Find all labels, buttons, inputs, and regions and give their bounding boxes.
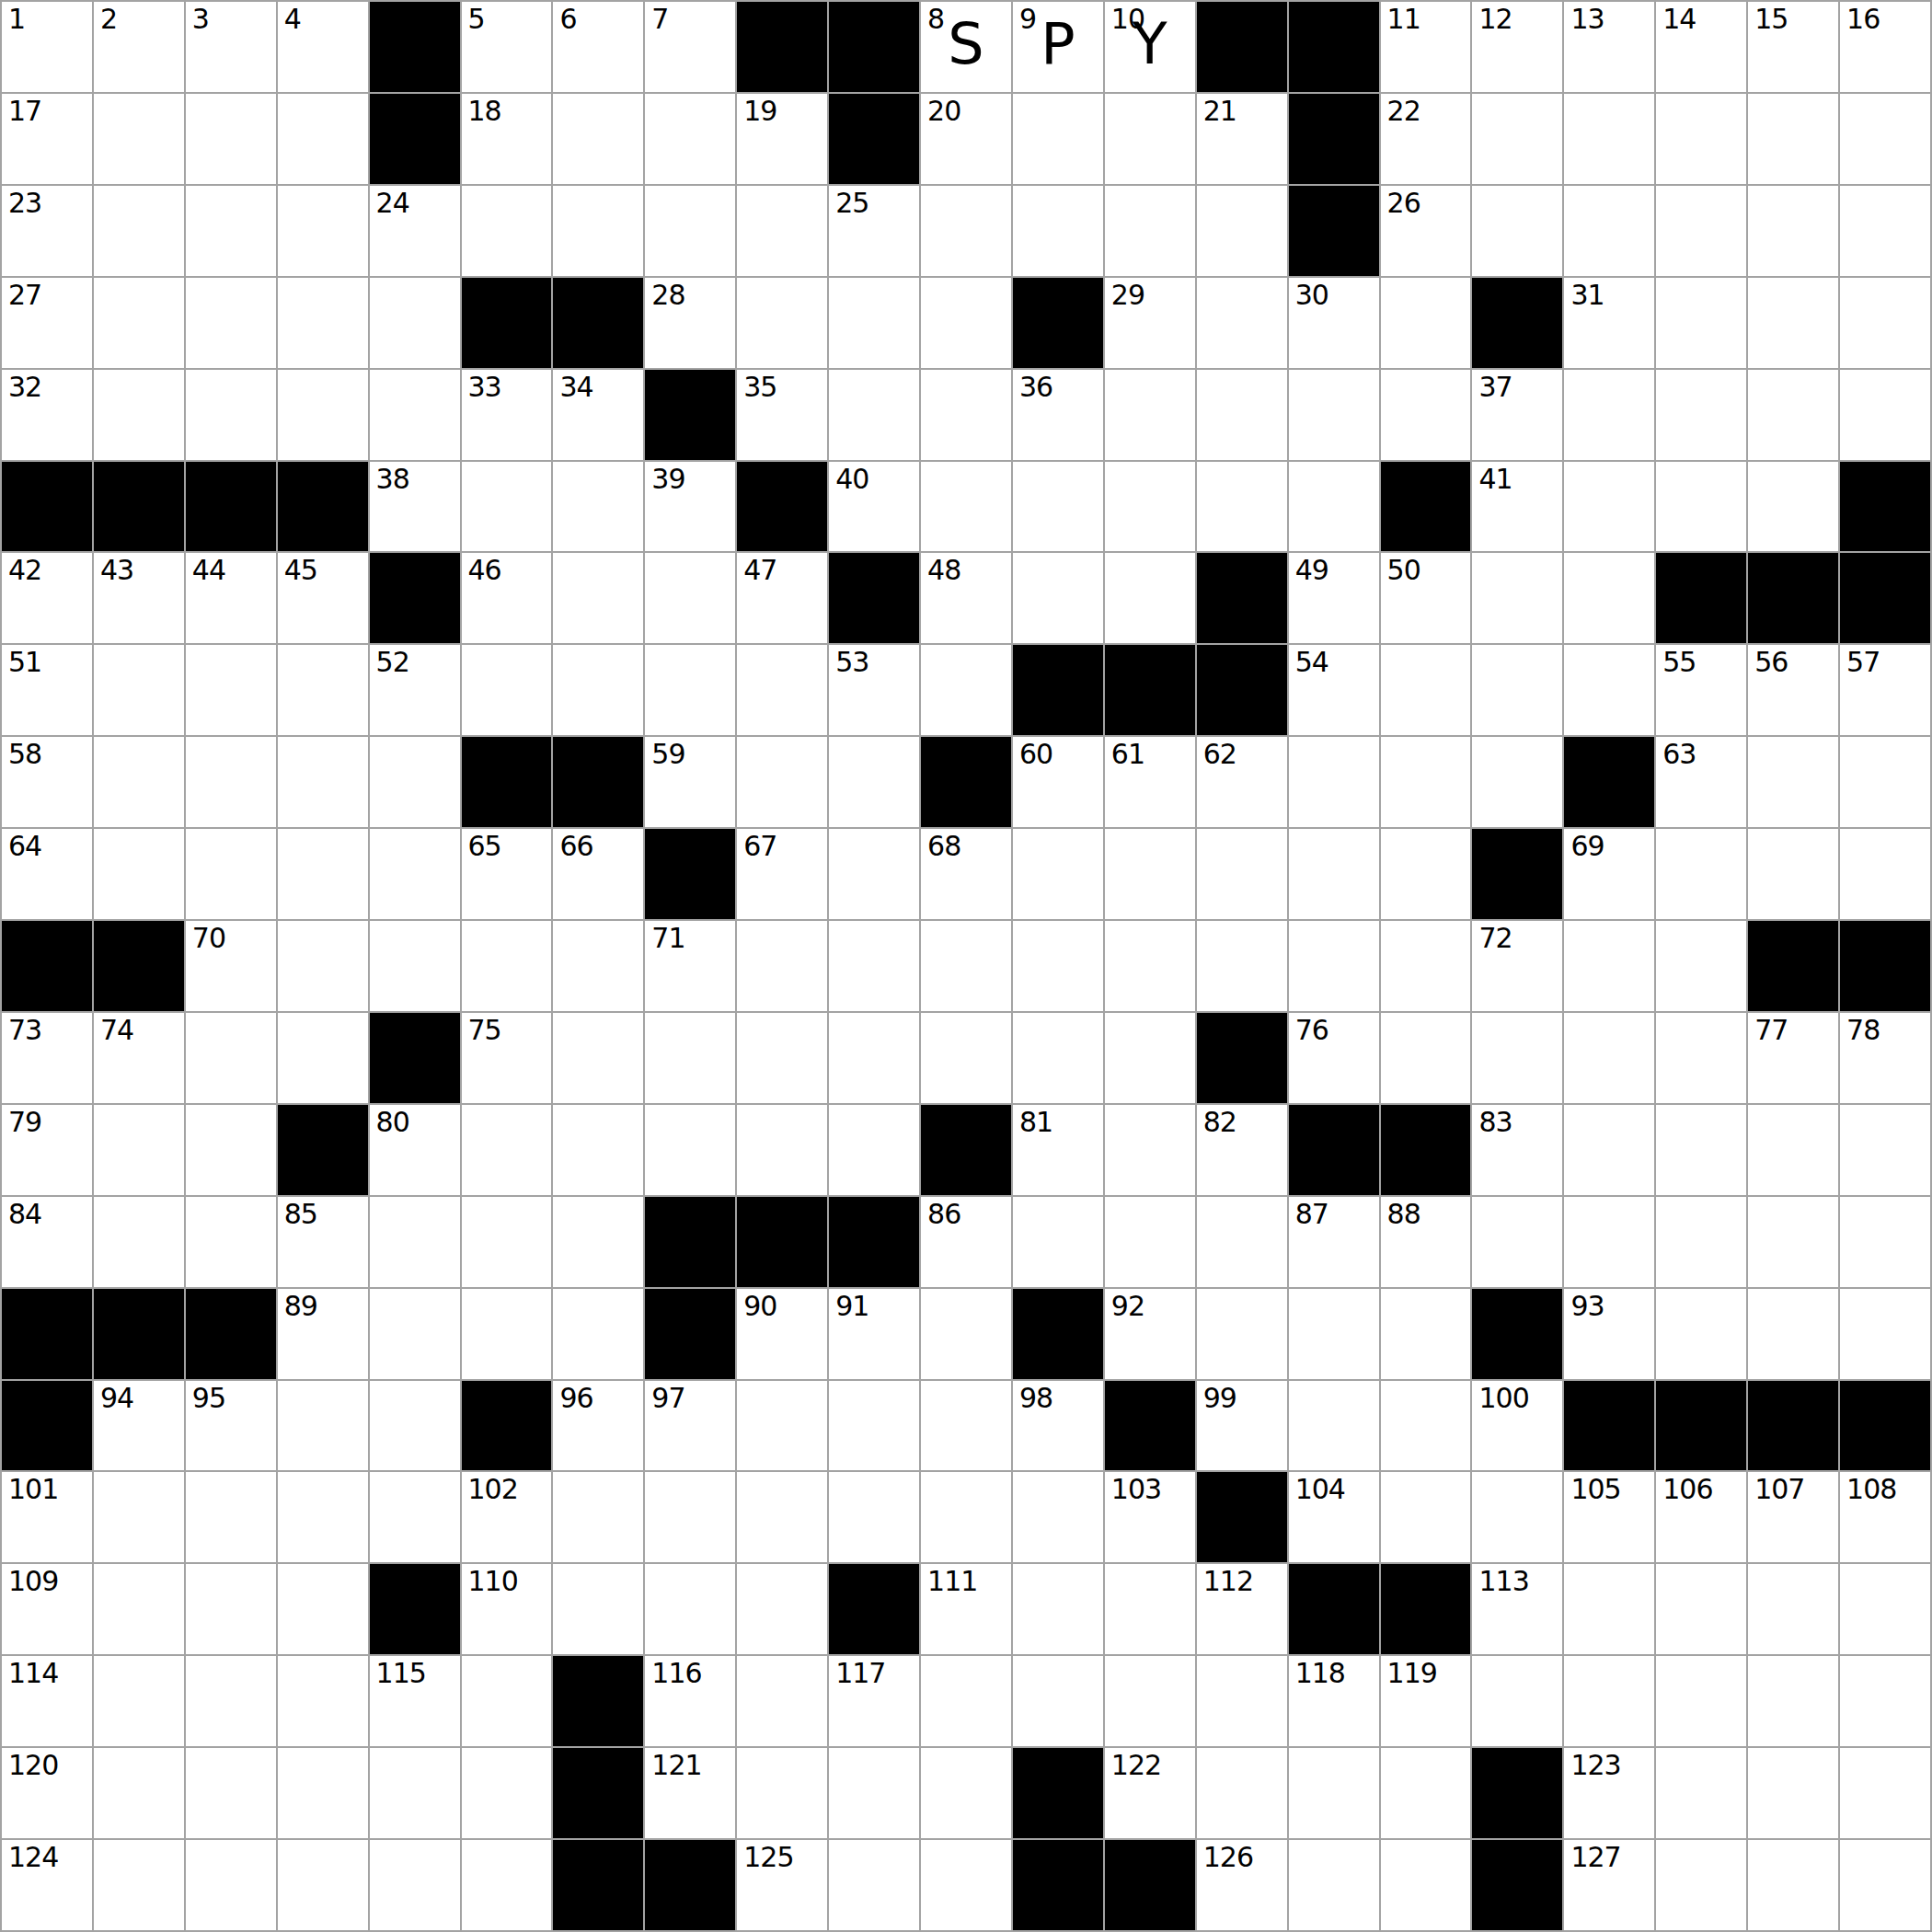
cell-r16c2[interactable] [186,1472,276,1562]
cell-r16c6[interactable] [553,1472,643,1562]
cell-r15c6[interactable]: 96 [553,1381,643,1471]
cell-r12c8[interactable] [737,1105,827,1195]
cell-r12c0[interactable]: 79 [2,1105,92,1195]
cell-r11c16[interactable] [1472,1013,1562,1103]
cell-r8c14[interactable] [1289,737,1379,827]
cell-r19c4[interactable] [370,1748,460,1838]
cell-r7c2[interactable] [186,645,276,735]
cell-r15c9[interactable] [829,1381,919,1471]
cell-r4c16[interactable]: 37 [1472,370,1562,460]
cell-r3c20[interactable] [1840,278,1930,368]
cell-r9c14[interactable] [1289,829,1379,919]
cell-r11c7[interactable] [645,1013,735,1103]
cell-r17c10[interactable]: 111 [921,1564,1011,1654]
cell-r15c4[interactable] [370,1381,460,1471]
cell-r16c3[interactable] [278,1472,368,1562]
cell-r5c11[interactable] [1013,462,1103,552]
cell-r10c10[interactable] [921,921,1011,1011]
cell-r10c8[interactable] [737,921,827,1011]
cell-r16c4[interactable] [370,1472,460,1562]
cell-r14c4[interactable] [370,1289,460,1379]
cell-r0c2[interactable]: 3 [186,2,276,92]
cell-r10c13[interactable] [1197,921,1287,1011]
cell-r20c5[interactable] [462,1840,552,1930]
cell-r8c19[interactable] [1748,737,1838,827]
cell-r18c12[interactable] [1105,1656,1195,1746]
cell-r11c18[interactable] [1656,1013,1746,1103]
cell-r10c14[interactable] [1289,921,1379,1011]
cell-r10c6[interactable] [553,921,643,1011]
cell-r1c11[interactable] [1013,94,1103,184]
cell-r12c11[interactable]: 81 [1013,1105,1103,1195]
cell-r14c8[interactable]: 90 [737,1289,827,1379]
cell-r17c18[interactable] [1656,1564,1746,1654]
cell-r19c7[interactable]: 121 [645,1748,735,1838]
cell-r8c18[interactable]: 63 [1656,737,1746,827]
cell-r4c11[interactable]: 36 [1013,370,1103,460]
cell-r19c13[interactable] [1197,1748,1287,1838]
cell-r5c19[interactable] [1748,462,1838,552]
cell-r4c5[interactable]: 33 [462,370,552,460]
cell-r2c2[interactable] [186,186,276,276]
cell-r20c2[interactable] [186,1840,276,1930]
cell-r6c10[interactable]: 48 [921,553,1011,643]
cell-r0c10[interactable]: 8S [921,2,1011,92]
cell-r1c2[interactable] [186,94,276,184]
cell-r12c12[interactable] [1105,1105,1195,1195]
cell-r11c10[interactable] [921,1013,1011,1103]
cell-r6c1[interactable]: 43 [94,553,184,643]
cell-r11c1[interactable]: 74 [94,1013,184,1103]
cell-r7c16[interactable] [1472,645,1562,735]
cell-r17c16[interactable]: 113 [1472,1564,1562,1654]
cell-r18c13[interactable] [1197,1656,1287,1746]
cell-r17c5[interactable]: 110 [462,1564,552,1654]
cell-r9c5[interactable]: 65 [462,829,552,919]
cell-r16c0[interactable]: 101 [2,1472,92,1562]
cell-r9c9[interactable] [829,829,919,919]
cell-r6c6[interactable] [553,553,643,643]
cell-r8c1[interactable] [94,737,184,827]
cell-r17c6[interactable] [553,1564,643,1654]
cell-r4c1[interactable] [94,370,184,460]
cell-r1c6[interactable] [553,94,643,184]
cell-r4c3[interactable] [278,370,368,460]
cell-r13c19[interactable] [1748,1197,1838,1287]
cell-r19c2[interactable] [186,1748,276,1838]
cell-r18c3[interactable] [278,1656,368,1746]
cell-r17c17[interactable] [1564,1564,1654,1654]
cell-r12c16[interactable]: 83 [1472,1105,1562,1195]
cell-r12c18[interactable] [1656,1105,1746,1195]
cell-r12c4[interactable]: 80 [370,1105,460,1195]
cell-r18c20[interactable] [1840,1656,1930,1746]
cell-r17c1[interactable] [94,1564,184,1654]
cell-r6c7[interactable] [645,553,735,643]
cell-r10c12[interactable] [1105,921,1195,1011]
cell-r11c3[interactable] [278,1013,368,1103]
cell-r9c19[interactable] [1748,829,1838,919]
cell-r13c11[interactable] [1013,1197,1103,1287]
cell-r19c8[interactable] [737,1748,827,1838]
cell-r17c11[interactable] [1013,1564,1103,1654]
cell-r18c16[interactable] [1472,1656,1562,1746]
cell-r3c8[interactable] [737,278,827,368]
cell-r1c17[interactable] [1564,94,1654,184]
cell-r4c12[interactable] [1105,370,1195,460]
cell-r19c0[interactable]: 120 [2,1748,92,1838]
cell-r0c19[interactable]: 15 [1748,2,1838,92]
cell-r13c15[interactable]: 88 [1381,1197,1471,1287]
cell-r0c0[interactable]: 1 [2,2,92,92]
cell-r7c7[interactable] [645,645,735,735]
cell-r11c17[interactable] [1564,1013,1654,1103]
cell-r2c12[interactable] [1105,186,1195,276]
cell-r11c8[interactable] [737,1013,827,1103]
cell-r3c0[interactable]: 27 [2,278,92,368]
cell-r16c7[interactable] [645,1472,735,1562]
cell-r10c7[interactable]: 71 [645,921,735,1011]
cell-r20c8[interactable]: 125 [737,1840,827,1930]
cell-r7c1[interactable] [94,645,184,735]
cell-r4c0[interactable]: 32 [2,370,92,460]
cell-r14c5[interactable] [462,1289,552,1379]
cell-r1c0[interactable]: 17 [2,94,92,184]
cell-r7c4[interactable]: 52 [370,645,460,735]
cell-r14c19[interactable] [1748,1289,1838,1379]
cell-r8c12[interactable]: 61 [1105,737,1195,827]
cell-r4c19[interactable] [1748,370,1838,460]
cell-r16c9[interactable] [829,1472,919,1562]
cell-r19c14[interactable] [1289,1748,1379,1838]
cell-r20c18[interactable] [1656,1840,1746,1930]
cell-r8c4[interactable] [370,737,460,827]
cell-r2c5[interactable] [462,186,552,276]
cell-r0c17[interactable]: 13 [1564,2,1654,92]
cell-r6c15[interactable]: 50 [1381,553,1471,643]
cell-r2c6[interactable] [553,186,643,276]
cell-r13c18[interactable] [1656,1197,1746,1287]
cell-r0c16[interactable]: 12 [1472,2,1562,92]
cell-r8c3[interactable] [278,737,368,827]
cell-r10c4[interactable] [370,921,460,1011]
cell-r3c14[interactable]: 30 [1289,278,1379,368]
cell-r19c20[interactable] [1840,1748,1930,1838]
cell-r10c3[interactable] [278,921,368,1011]
cell-r14c6[interactable] [553,1289,643,1379]
cell-r11c15[interactable] [1381,1013,1471,1103]
cell-r1c16[interactable] [1472,94,1562,184]
cell-r16c15[interactable] [1381,1472,1471,1562]
cell-r19c15[interactable] [1381,1748,1471,1838]
cell-r11c20[interactable]: 78 [1840,1013,1930,1103]
cell-r15c16[interactable]: 100 [1472,1381,1562,1471]
cell-r1c20[interactable] [1840,94,1930,184]
cell-r1c12[interactable] [1105,94,1195,184]
cell-r2c9[interactable]: 25 [829,186,919,276]
cell-r7c14[interactable]: 54 [1289,645,1379,735]
cell-r18c18[interactable] [1656,1656,1746,1746]
cell-r18c17[interactable] [1564,1656,1654,1746]
cell-r11c9[interactable] [829,1013,919,1103]
cell-r14c3[interactable]: 89 [278,1289,368,1379]
cell-r11c12[interactable] [1105,1013,1195,1103]
cell-r8c7[interactable]: 59 [645,737,735,827]
cell-r4c15[interactable] [1381,370,1471,460]
cell-r3c3[interactable] [278,278,368,368]
cell-r16c19[interactable]: 107 [1748,1472,1838,1562]
cell-r2c20[interactable] [1840,186,1930,276]
cell-r15c10[interactable] [921,1381,1011,1471]
cell-r17c12[interactable] [1105,1564,1195,1654]
cell-r5c14[interactable] [1289,462,1379,552]
cell-r20c0[interactable]: 124 [2,1840,92,1930]
cell-r7c9[interactable]: 53 [829,645,919,735]
cell-r17c7[interactable] [645,1564,735,1654]
cell-r0c11[interactable]: 9P [1013,2,1103,92]
cell-r0c20[interactable]: 16 [1840,2,1930,92]
cell-r16c10[interactable] [921,1472,1011,1562]
cell-r10c16[interactable]: 72 [1472,921,1562,1011]
cell-r0c7[interactable]: 7 [645,2,735,92]
cell-r13c20[interactable] [1840,1197,1930,1287]
cell-r0c3[interactable]: 4 [278,2,368,92]
cell-r5c9[interactable]: 40 [829,462,919,552]
cell-r10c9[interactable] [829,921,919,1011]
cell-r20c9[interactable] [829,1840,919,1930]
cell-r4c13[interactable] [1197,370,1287,460]
cell-r6c8[interactable]: 47 [737,553,827,643]
cell-r8c9[interactable] [829,737,919,827]
cell-r3c1[interactable] [94,278,184,368]
cell-r6c11[interactable] [1013,553,1103,643]
cell-r14c9[interactable]: 91 [829,1289,919,1379]
cell-r9c2[interactable] [186,829,276,919]
cell-r14c18[interactable] [1656,1289,1746,1379]
cell-r3c13[interactable] [1197,278,1287,368]
cell-r15c7[interactable]: 97 [645,1381,735,1471]
cell-r7c17[interactable] [1564,645,1654,735]
cell-r19c5[interactable] [462,1748,552,1838]
cell-r20c13[interactable]: 126 [1197,1840,1287,1930]
cell-r9c10[interactable]: 68 [921,829,1011,919]
cell-r13c5[interactable] [462,1197,552,1287]
cell-r5c12[interactable] [1105,462,1195,552]
cell-r16c8[interactable] [737,1472,827,1562]
cell-r7c5[interactable] [462,645,552,735]
cell-r16c11[interactable] [1013,1472,1103,1562]
cell-r18c9[interactable]: 117 [829,1656,919,1746]
cell-r10c17[interactable] [1564,921,1654,1011]
cell-r7c3[interactable] [278,645,368,735]
cell-r17c2[interactable] [186,1564,276,1654]
cell-r3c7[interactable]: 28 [645,278,735,368]
cell-r9c0[interactable]: 64 [2,829,92,919]
cell-r18c4[interactable]: 115 [370,1656,460,1746]
cell-r14c17[interactable]: 93 [1564,1289,1654,1379]
cell-r20c14[interactable] [1289,1840,1379,1930]
cell-r11c0[interactable]: 73 [2,1013,92,1103]
cell-r6c5[interactable]: 46 [462,553,552,643]
cell-r4c9[interactable] [829,370,919,460]
cell-r2c1[interactable] [94,186,184,276]
cell-r5c18[interactable] [1656,462,1746,552]
cell-r3c10[interactable] [921,278,1011,368]
cell-r7c15[interactable] [1381,645,1471,735]
cell-r15c8[interactable] [737,1381,827,1471]
cell-r16c16[interactable] [1472,1472,1562,1562]
cell-r9c3[interactable] [278,829,368,919]
cell-r2c19[interactable] [1748,186,1838,276]
cell-r6c0[interactable]: 42 [2,553,92,643]
cell-r9c6[interactable]: 66 [553,829,643,919]
cell-r8c20[interactable] [1840,737,1930,827]
cell-r19c17[interactable]: 123 [1564,1748,1654,1838]
cell-r17c13[interactable]: 112 [1197,1564,1287,1654]
cell-r12c17[interactable] [1564,1105,1654,1195]
cell-r3c9[interactable] [829,278,919,368]
cell-r12c1[interactable] [94,1105,184,1195]
cell-r1c10[interactable]: 20 [921,94,1011,184]
cell-r9c8[interactable]: 67 [737,829,827,919]
cell-r2c8[interactable] [737,186,827,276]
cell-r4c20[interactable] [1840,370,1930,460]
cell-r8c0[interactable]: 58 [2,737,92,827]
cell-r5c6[interactable] [553,462,643,552]
cell-r18c5[interactable] [462,1656,552,1746]
cell-r13c3[interactable]: 85 [278,1197,368,1287]
cell-r14c14[interactable] [1289,1289,1379,1379]
cell-r17c8[interactable] [737,1564,827,1654]
cell-r11c11[interactable] [1013,1013,1103,1103]
cell-r9c1[interactable] [94,829,184,919]
cell-r11c19[interactable]: 77 [1748,1013,1838,1103]
cell-r0c15[interactable]: 11 [1381,2,1471,92]
cell-r13c17[interactable] [1564,1197,1654,1287]
cell-r13c0[interactable]: 84 [2,1197,92,1287]
cell-r13c13[interactable] [1197,1197,1287,1287]
cell-r17c20[interactable] [1840,1564,1930,1654]
cell-r4c18[interactable] [1656,370,1746,460]
cell-r5c10[interactable] [921,462,1011,552]
cell-r5c13[interactable] [1197,462,1287,552]
cell-r2c4[interactable]: 24 [370,186,460,276]
cell-r7c6[interactable] [553,645,643,735]
cell-r3c2[interactable] [186,278,276,368]
cell-r3c12[interactable]: 29 [1105,278,1195,368]
cell-r1c5[interactable]: 18 [462,94,552,184]
cell-r4c2[interactable] [186,370,276,460]
cell-r9c13[interactable] [1197,829,1287,919]
cell-r13c2[interactable] [186,1197,276,1287]
cell-r1c19[interactable] [1748,94,1838,184]
cell-r19c1[interactable] [94,1748,184,1838]
cell-r5c4[interactable]: 38 [370,462,460,552]
cell-r12c7[interactable] [645,1105,735,1195]
cell-r18c19[interactable] [1748,1656,1838,1746]
cell-r17c3[interactable] [278,1564,368,1654]
cell-r3c18[interactable] [1656,278,1746,368]
cell-r7c0[interactable]: 51 [2,645,92,735]
cell-r4c14[interactable] [1289,370,1379,460]
cell-r20c3[interactable] [278,1840,368,1930]
cell-r11c6[interactable] [553,1013,643,1103]
cell-r15c11[interactable]: 98 [1013,1381,1103,1471]
cell-r2c0[interactable]: 23 [2,186,92,276]
cell-r13c6[interactable] [553,1197,643,1287]
cell-r7c20[interactable]: 57 [1840,645,1930,735]
cell-r14c13[interactable] [1197,1289,1287,1379]
cell-r2c17[interactable] [1564,186,1654,276]
cell-r9c17[interactable]: 69 [1564,829,1654,919]
cell-r10c18[interactable] [1656,921,1746,1011]
cell-r20c1[interactable] [94,1840,184,1930]
cell-r19c12[interactable]: 122 [1105,1748,1195,1838]
cell-r20c15[interactable] [1381,1840,1471,1930]
cell-r1c15[interactable]: 22 [1381,94,1471,184]
cell-r8c11[interactable]: 60 [1013,737,1103,827]
cell-r1c8[interactable]: 19 [737,94,827,184]
cell-r15c13[interactable]: 99 [1197,1381,1287,1471]
cell-r0c12[interactable]: 10Y [1105,2,1195,92]
cell-r16c1[interactable] [94,1472,184,1562]
cell-r14c20[interactable] [1840,1289,1930,1379]
cell-r2c11[interactable] [1013,186,1103,276]
cell-r19c19[interactable] [1748,1748,1838,1838]
cell-r16c12[interactable]: 103 [1105,1472,1195,1562]
cell-r2c15[interactable]: 26 [1381,186,1471,276]
cell-r13c1[interactable] [94,1197,184,1287]
cell-r12c9[interactable] [829,1105,919,1195]
cell-r20c19[interactable] [1748,1840,1838,1930]
cell-r15c15[interactable] [1381,1381,1471,1471]
cell-r12c19[interactable] [1748,1105,1838,1195]
cell-r18c10[interactable] [921,1656,1011,1746]
cell-r1c1[interactable] [94,94,184,184]
cell-r11c14[interactable]: 76 [1289,1013,1379,1103]
cell-r10c2[interactable]: 70 [186,921,276,1011]
cell-r19c9[interactable] [829,1748,919,1838]
cell-r4c10[interactable] [921,370,1011,460]
cell-r15c1[interactable]: 94 [94,1381,184,1471]
cell-r1c18[interactable] [1656,94,1746,184]
cell-r0c5[interactable]: 5 [462,2,552,92]
cell-r14c12[interactable]: 92 [1105,1289,1195,1379]
cell-r16c5[interactable]: 102 [462,1472,552,1562]
cell-r19c3[interactable] [278,1748,368,1838]
cell-r18c15[interactable]: 119 [1381,1656,1471,1746]
cell-r8c16[interactable] [1472,737,1562,827]
cell-r16c17[interactable]: 105 [1564,1472,1654,1562]
cell-r20c17[interactable]: 127 [1564,1840,1654,1930]
cell-r18c2[interactable] [186,1656,276,1746]
cell-r10c11[interactable] [1013,921,1103,1011]
cell-r3c17[interactable]: 31 [1564,278,1654,368]
cell-r6c2[interactable]: 44 [186,553,276,643]
cell-r12c13[interactable]: 82 [1197,1105,1287,1195]
cell-r2c18[interactable] [1656,186,1746,276]
cell-r14c10[interactable] [921,1289,1011,1379]
cell-r7c19[interactable]: 56 [1748,645,1838,735]
cell-r9c20[interactable] [1840,829,1930,919]
cell-r18c0[interactable]: 114 [2,1656,92,1746]
cell-r16c20[interactable]: 108 [1840,1472,1930,1562]
cell-r8c13[interactable]: 62 [1197,737,1287,827]
cell-r17c19[interactable] [1748,1564,1838,1654]
cell-r5c16[interactable]: 41 [1472,462,1562,552]
cell-r2c3[interactable] [278,186,368,276]
cell-r16c14[interactable]: 104 [1289,1472,1379,1562]
